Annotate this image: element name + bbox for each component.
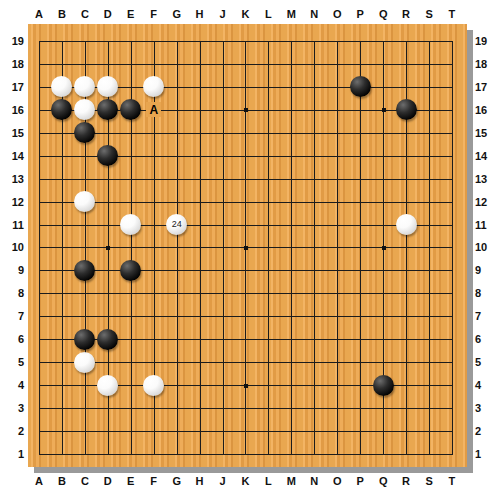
stone-black-d6: [97, 329, 118, 350]
stone-white-g11: 24: [166, 214, 187, 235]
coord-label-top-d: D: [98, 7, 118, 21]
coord-label-bottom-q: Q: [373, 474, 393, 488]
coord-label-right-8: 8: [475, 286, 497, 300]
coord-label-left-11: 11: [2, 218, 24, 232]
stone-white-d4: [97, 375, 118, 396]
coord-label-right-2: 2: [475, 424, 497, 438]
coord-label-left-6: 6: [2, 332, 24, 346]
star-point-q10: [382, 246, 386, 250]
coord-label-right-19: 19: [475, 34, 497, 48]
coord-label-top-f: F: [144, 7, 164, 21]
stone-black-c9: [74, 260, 95, 281]
stone-white-c5: [74, 352, 95, 373]
star-point-k4: [244, 384, 248, 388]
coord-label-top-p: P: [350, 7, 370, 21]
coord-label-top-h: H: [190, 7, 210, 21]
coord-label-bottom-t: T: [442, 474, 462, 488]
coord-label-right-9: 9: [475, 263, 497, 277]
coord-label-right-14: 14: [475, 149, 497, 163]
coord-label-left-5: 5: [2, 355, 24, 369]
star-point-k16: [244, 108, 248, 112]
coord-label-right-18: 18: [475, 57, 497, 71]
coord-label-bottom-l: L: [258, 474, 278, 488]
stone-white-r11: [396, 214, 417, 235]
coord-label-right-11: 11: [475, 218, 497, 232]
star-point-q16: [382, 108, 386, 112]
grid-line-vertical: [452, 41, 453, 455]
coord-label-bottom-m: M: [281, 474, 301, 488]
grid-line-horizontal: [39, 431, 453, 432]
coord-label-top-o: O: [327, 7, 347, 21]
coord-label-bottom-k: K: [235, 474, 255, 488]
coord-label-left-1: 1: [2, 447, 24, 461]
coord-label-right-17: 17: [475, 80, 497, 94]
coord-label-bottom-d: D: [98, 474, 118, 488]
coord-label-left-16: 16: [2, 103, 24, 117]
coord-label-left-12: 12: [2, 195, 24, 209]
go-diagram: A24 AABBCCDDEEFFGGHHJJKKLLMMNNOOPPQQRRSS…: [0, 0, 498, 498]
coord-label-right-5: 5: [475, 355, 497, 369]
coord-label-top-n: N: [304, 7, 324, 21]
star-point-k10: [244, 246, 248, 250]
coord-label-left-7: 7: [2, 309, 24, 323]
coord-label-bottom-s: S: [419, 474, 439, 488]
coord-label-top-a: A: [29, 7, 49, 21]
stone-black-q4: [373, 375, 394, 396]
stone-black-e9: [120, 260, 141, 281]
grid-line-horizontal: [39, 293, 453, 294]
coord-label-top-b: B: [52, 7, 72, 21]
coord-label-left-2: 2: [2, 424, 24, 438]
coord-label-left-15: 15: [2, 126, 24, 140]
coord-label-left-4: 4: [2, 378, 24, 392]
coord-label-left-18: 18: [2, 57, 24, 71]
coord-label-bottom-o: O: [327, 474, 347, 488]
coord-label-bottom-n: N: [304, 474, 324, 488]
coord-label-top-s: S: [419, 7, 439, 21]
coord-label-top-k: K: [235, 7, 255, 21]
coord-label-left-10: 10: [2, 240, 24, 254]
coord-label-top-l: L: [258, 7, 278, 21]
coord-label-right-16: 16: [475, 103, 497, 117]
grid-line-vertical: [268, 41, 269, 455]
coord-label-left-13: 13: [2, 172, 24, 186]
coord-label-top-j: J: [213, 7, 233, 21]
coord-label-bottom-b: B: [52, 474, 72, 488]
coord-label-right-13: 13: [475, 172, 497, 186]
coord-label-top-q: Q: [373, 7, 393, 21]
stone-white-c17: [74, 76, 95, 97]
star-point-d10: [106, 246, 110, 250]
coord-label-right-4: 4: [475, 378, 497, 392]
grid-line-horizontal: [39, 316, 453, 317]
coord-label-right-1: 1: [475, 447, 497, 461]
stone-white-c12: [74, 191, 95, 212]
goban[interactable]: A24: [28, 24, 467, 467]
grid-line-vertical: [429, 41, 430, 455]
stone-white-c16: [74, 99, 95, 120]
coord-label-top-c: C: [75, 7, 95, 21]
coord-label-bottom-g: G: [167, 474, 187, 488]
coord-label-left-14: 14: [2, 149, 24, 163]
coord-label-right-15: 15: [475, 126, 497, 140]
coord-label-left-3: 3: [2, 401, 24, 415]
coord-label-right-12: 12: [475, 195, 497, 209]
grid-line-vertical: [291, 41, 292, 455]
grid-line-vertical: [314, 41, 315, 455]
coord-label-bottom-c: C: [75, 474, 95, 488]
coord-label-left-17: 17: [2, 80, 24, 94]
stone-black-c6: [74, 329, 95, 350]
annotation-a: A: [146, 102, 161, 117]
stone-black-d16: [97, 99, 118, 120]
stone-black-c15: [74, 122, 95, 143]
coord-label-top-g: G: [167, 7, 187, 21]
stone-black-d14: [97, 145, 118, 166]
coord-label-top-t: T: [442, 7, 462, 21]
grid-line-vertical: [337, 41, 338, 455]
coord-label-bottom-f: F: [144, 474, 164, 488]
coord-label-top-m: M: [281, 7, 301, 21]
coord-label-bottom-r: R: [396, 474, 416, 488]
coord-label-top-r: R: [396, 7, 416, 21]
grid-line-horizontal: [39, 270, 453, 271]
stone-black-p17: [350, 76, 371, 97]
coord-label-right-3: 3: [475, 401, 497, 415]
coord-label-top-e: E: [121, 7, 141, 21]
grid-line-horizontal: [39, 408, 453, 409]
coord-label-right-7: 7: [475, 309, 497, 323]
stone-black-e16: [120, 99, 141, 120]
coord-label-left-8: 8: [2, 286, 24, 300]
stone-black-r16: [396, 99, 417, 120]
grid-line-horizontal: [39, 454, 453, 455]
coord-label-bottom-e: E: [121, 474, 141, 488]
coord-label-bottom-h: H: [190, 474, 210, 488]
move-number-label: 24: [172, 220, 182, 229]
stone-white-d17: [97, 76, 118, 97]
stone-white-f4: [143, 375, 164, 396]
stone-white-f17: [143, 76, 164, 97]
coord-label-right-10: 10: [475, 240, 497, 254]
coord-label-left-9: 9: [2, 263, 24, 277]
coord-label-bottom-a: A: [29, 474, 49, 488]
stone-black-b16: [51, 99, 72, 120]
annotation-label: A: [149, 104, 158, 116]
coord-label-bottom-j: J: [213, 474, 233, 488]
coord-label-right-6: 6: [475, 332, 497, 346]
stone-white-e11: [120, 214, 141, 235]
grid-line-horizontal: [39, 362, 453, 363]
coord-label-left-19: 19: [2, 34, 24, 48]
stone-white-b17: [51, 76, 72, 97]
coord-label-bottom-p: P: [350, 474, 370, 488]
grid-line-vertical: [360, 41, 361, 455]
